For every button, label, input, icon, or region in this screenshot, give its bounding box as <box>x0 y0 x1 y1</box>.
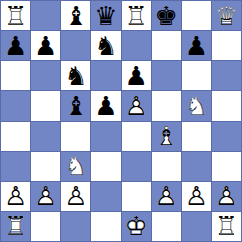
square-f4[interactable]: ♝♗ <box>152 122 181 151</box>
piece-black-bishop: ♝ <box>61 1 90 30</box>
square-g5[interactable]: ♞♘ <box>182 91 211 120</box>
square-c4[interactable] <box>61 122 90 151</box>
square-a6[interactable] <box>1 61 30 90</box>
square-b4[interactable] <box>31 122 60 151</box>
square-e7[interactable] <box>122 31 151 60</box>
piece-white-pawn: ♟♙ <box>212 182 241 211</box>
piece-black-pawn: ♟ <box>182 31 211 60</box>
square-c5[interactable]: ♝ <box>61 91 90 120</box>
white-piece-outline-layer: ♖ <box>1 212 30 241</box>
square-f6[interactable] <box>152 61 181 90</box>
square-g7[interactable]: ♟ <box>182 31 211 60</box>
square-b3[interactable] <box>31 152 60 181</box>
square-d5[interactable]: ♟ <box>91 91 120 120</box>
square-a7[interactable]: ♟ <box>1 31 30 60</box>
square-c3[interactable]: ♞♘ <box>61 152 90 181</box>
square-e5[interactable]: ♟♙ <box>122 91 151 120</box>
square-b5[interactable] <box>31 91 60 120</box>
square-g6[interactable] <box>182 61 211 90</box>
piece-white-pawn: ♟♙ <box>152 182 181 211</box>
piece-black-queen: ♛ <box>91 1 120 30</box>
square-d6[interactable] <box>91 61 120 90</box>
square-e1[interactable]: ♚♔ <box>122 212 151 241</box>
square-c2[interactable]: ♟♙ <box>61 182 90 211</box>
piece-white-rook: ♜♖ <box>1 1 30 30</box>
white-piece-outline-layer: ♔ <box>122 212 151 241</box>
chess-board: ♜♖♝♛♜♖♚♛♕♟♟♞♟♞♟♝♟♟♙♞♘♝♗♞♘♟♙♟♙♟♙♟♙♟♙♟♙♜♖♚… <box>0 0 242 242</box>
square-g1[interactable] <box>182 212 211 241</box>
piece-white-king: ♚♔ <box>122 212 151 241</box>
square-c6[interactable]: ♞ <box>61 61 90 90</box>
square-e4[interactable] <box>122 122 151 151</box>
black-piece-glyph: ♟ <box>31 31 60 60</box>
square-d7[interactable]: ♞ <box>91 31 120 60</box>
square-b6[interactable] <box>31 61 60 90</box>
square-f1[interactable] <box>152 212 181 241</box>
white-piece-outline-layer: ♙ <box>182 182 211 211</box>
piece-white-pawn: ♟♙ <box>1 182 30 211</box>
square-b2[interactable]: ♟♙ <box>31 182 60 211</box>
square-d2[interactable] <box>91 182 120 211</box>
piece-black-pawn: ♟ <box>122 61 151 90</box>
square-g8[interactable] <box>182 1 211 30</box>
black-piece-glyph: ♟ <box>182 31 211 60</box>
black-piece-glyph: ♞ <box>61 61 90 90</box>
piece-white-rook: ♜♖ <box>1 212 30 241</box>
black-piece-glyph: ♞ <box>91 31 120 60</box>
piece-black-pawn: ♟ <box>91 91 120 120</box>
white-piece-outline-layer: ♙ <box>1 182 30 211</box>
square-g3[interactable] <box>182 152 211 181</box>
square-a4[interactable] <box>1 122 30 151</box>
white-piece-outline-layer: ♙ <box>61 182 90 211</box>
square-h4[interactable] <box>212 122 241 151</box>
square-h5[interactable] <box>212 91 241 120</box>
piece-white-pawn: ♟♙ <box>31 182 60 211</box>
square-f3[interactable] <box>152 152 181 181</box>
square-f7[interactable] <box>152 31 181 60</box>
square-a8[interactable]: ♜♖ <box>1 1 30 30</box>
piece-black-knight: ♞ <box>91 31 120 60</box>
piece-black-bishop: ♝ <box>61 91 90 120</box>
square-a5[interactable] <box>1 91 30 120</box>
white-piece-outline-layer: ♙ <box>122 91 151 120</box>
square-c8[interactable]: ♝ <box>61 1 90 30</box>
square-e2[interactable] <box>122 182 151 211</box>
square-b8[interactable] <box>31 1 60 30</box>
piece-white-knight: ♞♘ <box>182 91 211 120</box>
black-piece-glyph: ♝ <box>61 1 90 30</box>
square-h8[interactable]: ♛♕ <box>212 1 241 30</box>
square-d8[interactable]: ♛ <box>91 1 120 30</box>
piece-white-knight: ♞♘ <box>61 152 90 181</box>
square-h7[interactable] <box>212 31 241 60</box>
square-h1[interactable]: ♜♖ <box>212 212 241 241</box>
square-d4[interactable] <box>91 122 120 151</box>
square-e8[interactable]: ♜♖ <box>122 1 151 30</box>
square-c1[interactable] <box>61 212 90 241</box>
piece-white-queen: ♛♕ <box>212 1 241 30</box>
piece-white-pawn: ♟♙ <box>61 182 90 211</box>
square-c7[interactable] <box>61 31 90 60</box>
square-a1[interactable]: ♜♖ <box>1 212 30 241</box>
piece-white-rook: ♜♖ <box>212 212 241 241</box>
black-piece-glyph: ♟ <box>1 31 30 60</box>
square-e3[interactable] <box>122 152 151 181</box>
black-piece-glyph: ♟ <box>91 91 120 120</box>
piece-white-rook: ♜♖ <box>122 1 151 30</box>
white-piece-outline-layer: ♖ <box>1 1 30 30</box>
piece-white-pawn: ♟♙ <box>182 182 211 211</box>
piece-black-knight: ♞ <box>61 61 90 90</box>
white-piece-outline-layer: ♙ <box>212 182 241 211</box>
white-piece-outline-layer: ♘ <box>61 152 90 181</box>
black-piece-glyph: ♚ <box>152 1 181 30</box>
square-d3[interactable] <box>91 152 120 181</box>
black-piece-glyph: ♛ <box>91 1 120 30</box>
white-piece-outline-layer: ♙ <box>31 182 60 211</box>
square-h6[interactable] <box>212 61 241 90</box>
white-piece-outline-layer: ♘ <box>182 91 211 120</box>
piece-black-king: ♚ <box>152 1 181 30</box>
square-d1[interactable] <box>91 212 120 241</box>
square-e6[interactable]: ♟ <box>122 61 151 90</box>
square-g4[interactable] <box>182 122 211 151</box>
piece-white-pawn: ♟♙ <box>122 91 151 120</box>
square-h3[interactable] <box>212 152 241 181</box>
square-b1[interactable] <box>31 212 60 241</box>
white-piece-outline-layer: ♗ <box>152 122 181 151</box>
piece-white-bishop: ♝♗ <box>152 122 181 151</box>
square-g2[interactable]: ♟♙ <box>182 182 211 211</box>
white-piece-outline-layer: ♖ <box>122 1 151 30</box>
white-piece-outline-layer: ♕ <box>212 1 241 30</box>
square-f5[interactable] <box>152 91 181 120</box>
square-b7[interactable]: ♟ <box>31 31 60 60</box>
white-piece-outline-layer: ♙ <box>152 182 181 211</box>
piece-black-pawn: ♟ <box>1 31 30 60</box>
piece-black-pawn: ♟ <box>31 31 60 60</box>
square-f8[interactable]: ♚ <box>152 1 181 30</box>
square-a3[interactable] <box>1 152 30 181</box>
black-piece-glyph: ♟ <box>122 61 151 90</box>
square-f2[interactable]: ♟♙ <box>152 182 181 211</box>
square-a2[interactable]: ♟♙ <box>1 182 30 211</box>
black-piece-glyph: ♝ <box>61 91 90 120</box>
white-piece-outline-layer: ♖ <box>212 212 241 241</box>
square-h2[interactable]: ♟♙ <box>212 182 241 211</box>
